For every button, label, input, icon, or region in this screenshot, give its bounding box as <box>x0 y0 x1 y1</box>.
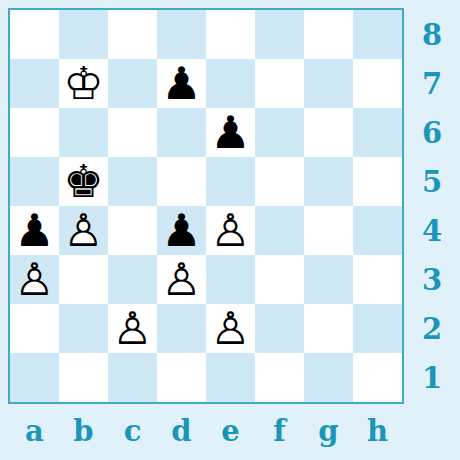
chess-board: ♚♔♟♟♚♟♟♙♟♟♙♟♙♟♙♟♙♟♙ <box>8 8 404 404</box>
white-pawn-e2[interactable]: ♟♙ <box>206 304 255 353</box>
square-d8[interactable] <box>157 10 206 59</box>
rank-label-3: 3 <box>406 255 458 304</box>
square-f3[interactable] <box>255 255 304 304</box>
square-h8[interactable] <box>353 10 402 59</box>
square-e5[interactable] <box>206 157 255 206</box>
rank-label-7: 7 <box>406 59 458 108</box>
white-pawn-c2[interactable]: ♟♙ <box>108 304 157 353</box>
square-b7[interactable]: ♚♔ <box>59 59 108 108</box>
file-label-a: a <box>10 406 59 456</box>
square-b6[interactable] <box>59 108 108 157</box>
white-pawn-outline-glyph: ♙ <box>10 255 59 304</box>
square-b2[interactable] <box>59 304 108 353</box>
square-d5[interactable] <box>157 157 206 206</box>
square-e3[interactable] <box>206 255 255 304</box>
black-pawn-e6[interactable]: ♟ <box>206 108 255 157</box>
square-c4[interactable] <box>108 206 157 255</box>
rank-label-2: 2 <box>406 304 458 353</box>
white-king-b7[interactable]: ♚♔ <box>59 59 108 108</box>
square-g6[interactable] <box>304 108 353 157</box>
square-f5[interactable] <box>255 157 304 206</box>
square-a5[interactable] <box>10 157 59 206</box>
black-pawn-a4[interactable]: ♟ <box>10 206 59 255</box>
square-f7[interactable] <box>255 59 304 108</box>
black-pawn-glyph: ♟ <box>206 108 255 157</box>
white-pawn-d3[interactable]: ♟♙ <box>157 255 206 304</box>
chess-diagram: ♚♔♟♟♚♟♟♙♟♟♙♟♙♟♙♟♙♟♙ abcdefgh 87654321 <box>0 0 460 460</box>
square-f8[interactable] <box>255 10 304 59</box>
white-pawn-a3[interactable]: ♟♙ <box>10 255 59 304</box>
black-pawn-glyph: ♟ <box>157 59 206 108</box>
square-a2[interactable] <box>10 304 59 353</box>
file-label-h: h <box>353 406 402 456</box>
square-c8[interactable] <box>108 10 157 59</box>
file-label-e: e <box>206 406 255 456</box>
white-king-outline-glyph: ♔ <box>59 59 108 108</box>
square-a6[interactable] <box>10 108 59 157</box>
file-label-g: g <box>304 406 353 456</box>
square-h6[interactable] <box>353 108 402 157</box>
square-f2[interactable] <box>255 304 304 353</box>
square-d4[interactable]: ♟ <box>157 206 206 255</box>
black-pawn-d4[interactable]: ♟ <box>157 206 206 255</box>
file-label-d: d <box>157 406 206 456</box>
square-d7[interactable]: ♟ <box>157 59 206 108</box>
file-label-f: f <box>255 406 304 456</box>
square-c7[interactable] <box>108 59 157 108</box>
square-a4[interactable]: ♟ <box>10 206 59 255</box>
square-b8[interactable] <box>59 10 108 59</box>
square-g5[interactable] <box>304 157 353 206</box>
white-pawn-outline-glyph: ♙ <box>206 304 255 353</box>
square-h7[interactable] <box>353 59 402 108</box>
square-a3[interactable]: ♟♙ <box>10 255 59 304</box>
square-c2[interactable]: ♟♙ <box>108 304 157 353</box>
square-f6[interactable] <box>255 108 304 157</box>
rank-label-4: 4 <box>406 206 458 255</box>
square-d3[interactable]: ♟♙ <box>157 255 206 304</box>
black-king-b5[interactable]: ♚ <box>59 157 108 206</box>
square-h4[interactable] <box>353 206 402 255</box>
rank-label-8: 8 <box>406 10 458 59</box>
white-pawn-e4[interactable]: ♟♙ <box>206 206 255 255</box>
white-pawn-outline-glyph: ♙ <box>108 304 157 353</box>
white-pawn-b4[interactable]: ♟♙ <box>59 206 108 255</box>
black-pawn-glyph: ♟ <box>10 206 59 255</box>
square-g7[interactable] <box>304 59 353 108</box>
square-e7[interactable] <box>206 59 255 108</box>
square-e8[interactable] <box>206 10 255 59</box>
square-f1[interactable] <box>255 353 304 402</box>
square-b5[interactable]: ♚ <box>59 157 108 206</box>
file-labels: abcdefgh <box>10 406 402 456</box>
square-h1[interactable] <box>353 353 402 402</box>
square-c3[interactable] <box>108 255 157 304</box>
square-g2[interactable] <box>304 304 353 353</box>
square-f4[interactable] <box>255 206 304 255</box>
square-d1[interactable] <box>157 353 206 402</box>
square-g1[interactable] <box>304 353 353 402</box>
white-pawn-outline-glyph: ♙ <box>59 206 108 255</box>
black-pawn-d7[interactable]: ♟ <box>157 59 206 108</box>
square-b3[interactable] <box>59 255 108 304</box>
square-g4[interactable] <box>304 206 353 255</box>
rank-label-1: 1 <box>406 353 458 402</box>
square-h3[interactable] <box>353 255 402 304</box>
square-e1[interactable] <box>206 353 255 402</box>
rank-labels: 87654321 <box>406 10 458 402</box>
square-g3[interactable] <box>304 255 353 304</box>
black-king-glyph: ♚ <box>59 157 108 206</box>
black-pawn-glyph: ♟ <box>157 206 206 255</box>
square-e4[interactable]: ♟♙ <box>206 206 255 255</box>
square-a1[interactable] <box>10 353 59 402</box>
file-label-b: b <box>59 406 108 456</box>
white-pawn-outline-glyph: ♙ <box>157 255 206 304</box>
square-e6[interactable]: ♟ <box>206 108 255 157</box>
square-c5[interactable] <box>108 157 157 206</box>
square-d6[interactable] <box>157 108 206 157</box>
square-a7[interactable] <box>10 59 59 108</box>
rank-label-6: 6 <box>406 108 458 157</box>
square-h5[interactable] <box>353 157 402 206</box>
square-d2[interactable] <box>157 304 206 353</box>
square-b1[interactable] <box>59 353 108 402</box>
square-g8[interactable] <box>304 10 353 59</box>
square-c1[interactable] <box>108 353 157 402</box>
square-a8[interactable] <box>10 10 59 59</box>
white-pawn-outline-glyph: ♙ <box>206 206 255 255</box>
square-e2[interactable]: ♟♙ <box>206 304 255 353</box>
square-b4[interactable]: ♟♙ <box>59 206 108 255</box>
file-label-c: c <box>108 406 157 456</box>
square-h2[interactable] <box>353 304 402 353</box>
square-c6[interactable] <box>108 108 157 157</box>
rank-label-5: 5 <box>406 157 458 206</box>
